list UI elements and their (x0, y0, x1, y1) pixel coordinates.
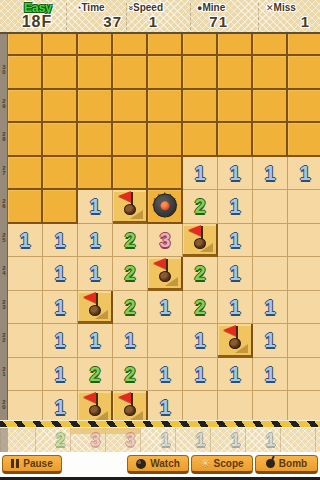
clue-number-3: 3 (90, 431, 100, 449)
miss-value: 1 (250, 13, 310, 30)
watch-button-label: Watch (150, 458, 180, 469)
cell-r9c0[interactable] (8, 324, 43, 358)
cell-r9c4[interactable] (148, 324, 183, 358)
cell-r4c2[interactable] (78, 157, 113, 191)
cell-r0c6[interactable] (218, 34, 253, 56)
floor-label-25: 25 (0, 233, 8, 243)
cell-r6c7[interactable] (253, 224, 288, 258)
cell-r3c2[interactable] (78, 123, 113, 157)
time-label: ◔Time (76, 2, 105, 13)
cell-r10c0[interactable] (8, 358, 43, 392)
cell-r4c8[interactable]: 1 (288, 157, 320, 191)
flag-ball (229, 338, 241, 349)
cell-r9c7[interactable]: 1 (253, 324, 288, 358)
cell-r8c4[interactable]: 1 (148, 291, 183, 325)
cell-r10c5[interactable]: 1 (183, 358, 218, 392)
cell-r2c0[interactable] (8, 90, 43, 124)
floor-indicator: 18F (8, 13, 66, 31)
flag-icon (118, 392, 131, 403)
mine-label: ●Mine (197, 2, 225, 13)
preview-clue-1: 1 (148, 430, 183, 450)
clue-number-1: 1 (89, 196, 100, 216)
clue-number-1: 1 (54, 297, 65, 317)
cell-r5c7[interactable] (253, 190, 288, 224)
clue-number-1: 1 (195, 431, 205, 449)
cell-r3c6[interactable] (218, 123, 253, 157)
cell-r5c6[interactable]: 1 (218, 190, 253, 224)
cell-r4c5[interactable]: 1 (183, 157, 218, 191)
cell-r3c0[interactable] (8, 123, 43, 157)
floor-label-24: 24 (0, 266, 8, 276)
floor-label-22: 22 (0, 333, 8, 343)
clue-number-1: 1 (229, 163, 240, 183)
clue-number-1: 1 (229, 196, 240, 216)
cell-r0c4[interactable] (148, 34, 183, 56)
cell-r2c1[interactable] (43, 90, 78, 124)
cell-r11c0[interactable] (8, 391, 43, 420)
cell-r11c5[interactable] (183, 391, 218, 420)
cell-r0c2[interactable] (78, 34, 113, 56)
cell-r1c3[interactable] (113, 56, 148, 90)
cell-r4c4[interactable] (148, 157, 183, 191)
cell-r0c7[interactable] (253, 34, 288, 56)
cell-r0c0[interactable] (8, 34, 43, 56)
bomb-button-label: Bomb (279, 458, 307, 469)
flag-ball (89, 305, 101, 316)
flag-icon (153, 258, 166, 269)
clue-number-1: 1 (159, 397, 170, 417)
clue-number-2: 2 (124, 297, 135, 317)
flag-icon (83, 292, 96, 303)
pause-icon (11, 459, 19, 468)
cell-r8c3[interactable]: 2 (113, 291, 148, 325)
cell-r10c4[interactable]: 1 (148, 358, 183, 392)
clue-number-1: 1 (229, 230, 240, 250)
cell-r5c8[interactable] (288, 190, 320, 224)
cell-r6c5[interactable] (183, 224, 218, 258)
flag-icon (118, 191, 131, 202)
cell-r8c6[interactable]: 1 (218, 291, 253, 325)
cell-r6c6[interactable]: 1 (218, 224, 253, 258)
miss-label: ✕Miss (266, 2, 296, 13)
cell-r5c3[interactable] (113, 190, 148, 224)
cell-r7c4[interactable] (148, 257, 183, 291)
clue-number-2: 2 (124, 364, 135, 384)
cell-r5c2[interactable]: 1 (78, 190, 113, 224)
game-screen: Easy 18F ◔Time 37 »Speed 1 ●Mine 71 ✕Mis… (0, 0, 320, 480)
cell-r1c5[interactable] (183, 56, 218, 90)
preview-clue-3: 3 (78, 430, 113, 450)
clue-number-1: 1 (54, 364, 65, 384)
cell-r11c4[interactable]: 1 (148, 391, 183, 420)
cell-r7c2[interactable]: 1 (78, 257, 113, 291)
cell-r8c8[interactable] (288, 291, 320, 325)
cell-r4c6[interactable]: 1 (218, 157, 253, 191)
clue-number-1: 1 (194, 364, 205, 384)
cell-r6c3[interactable]: 2 (113, 224, 148, 258)
clue-number-1: 1 (54, 397, 65, 417)
cell-r6c8[interactable] (288, 224, 320, 258)
clue-number-2: 2 (55, 431, 65, 449)
cell-r9c3[interactable]: 1 (113, 324, 148, 358)
cell-r10c8[interactable] (288, 358, 320, 392)
cell-r4c0[interactable] (8, 157, 43, 191)
clue-number-1: 1 (264, 330, 275, 350)
floor-label-20: 20 (0, 400, 8, 410)
preview-clue-1: 1 (218, 430, 253, 450)
clue-number-1: 1 (54, 263, 65, 283)
clue-number-1: 1 (229, 297, 240, 317)
floor-label-27: 27 (0, 166, 8, 176)
clue-number-1: 1 (54, 330, 65, 350)
cell-r11c8[interactable] (288, 391, 320, 420)
miss-x-icon: ✕ (266, 3, 274, 13)
cell-r9c5[interactable]: 1 (183, 324, 218, 358)
flag-ball (194, 238, 206, 249)
clue-number-1: 1 (229, 263, 240, 283)
cell-r3c5[interactable] (183, 123, 218, 157)
flag-ball (159, 271, 171, 282)
cell-r11c1[interactable]: 1 (43, 391, 78, 420)
floor-label-28: 28 (0, 132, 8, 142)
clue-number-1: 1 (229, 364, 240, 384)
cell-r1c6[interactable] (218, 56, 253, 90)
cell-r7c6[interactable]: 1 (218, 257, 253, 291)
clue-number-2: 2 (124, 230, 135, 250)
bomb-icon (266, 459, 275, 468)
cell-r10c3[interactable]: 2 (113, 358, 148, 392)
cell-r7c8[interactable] (288, 257, 320, 291)
cell-r4c1[interactable] (43, 157, 78, 191)
clue-number-2: 2 (194, 297, 205, 317)
cell-r3c8[interactable] (288, 123, 320, 157)
cell-r11c6[interactable] (218, 391, 253, 420)
clue-number-1: 1 (160, 431, 170, 449)
status-bar: Easy 18F ◔Time 37 »Speed 1 ●Mine 71 ✕Mis… (0, 0, 320, 34)
speed-down-icon: » (126, 5, 136, 10)
preview-clue-1: 1 (253, 430, 288, 450)
floor-label-29: 29 (0, 99, 8, 109)
watch-button[interactable]: Watch (127, 455, 189, 474)
cell-r7c1[interactable]: 1 (43, 257, 78, 291)
clue-number-1: 1 (230, 431, 240, 449)
cell-r5c1[interactable] (43, 190, 78, 224)
cell-r0c5[interactable] (183, 34, 218, 56)
cell-r1c2[interactable] (78, 56, 113, 90)
cell-r2c4[interactable] (148, 90, 183, 124)
cell-r6c4[interactable]: 3 (148, 224, 183, 258)
cell-r11c7[interactable] (253, 391, 288, 420)
scope-gear-icon: ✳ (200, 458, 209, 469)
cell-r2c7[interactable] (253, 90, 288, 124)
flag-icon (83, 392, 96, 403)
cell-r4c3[interactable] (113, 157, 148, 191)
button-bar: Pause Watch ✳ Scope Bomb (0, 452, 320, 477)
cell-r7c0[interactable] (8, 257, 43, 291)
cell-r4c7[interactable]: 1 (253, 157, 288, 191)
pause-button[interactable]: Pause (2, 455, 62, 474)
clue-number-1: 1 (89, 230, 100, 250)
cell-r3c7[interactable] (253, 123, 288, 157)
cell-r2c8[interactable] (288, 90, 320, 124)
cell-r6c0[interactable]: 1 (8, 224, 43, 258)
clue-number-1: 1 (264, 163, 275, 183)
clue-number-1: 1 (264, 297, 275, 317)
cell-r11c2[interactable] (78, 391, 113, 420)
cell-r3c3[interactable] (113, 123, 148, 157)
next-floor-preview: 2331111 (0, 428, 320, 452)
floor-number-strip: 3029282726252423222120 (0, 34, 8, 420)
preview-clue-3: 3 (113, 430, 148, 450)
cell-r1c0[interactable] (8, 56, 43, 90)
cell-r10c6[interactable]: 1 (218, 358, 253, 392)
flag-icon (223, 325, 236, 336)
cell-r9c1[interactable]: 1 (43, 324, 78, 358)
flag-ball (89, 405, 101, 416)
clue-number-1: 1 (299, 163, 310, 183)
cell-r10c1[interactable]: 1 (43, 358, 78, 392)
cell-r0c1[interactable] (43, 34, 78, 56)
cell-r1c4[interactable] (148, 56, 183, 90)
bomb-button[interactable]: Bomb (255, 455, 318, 474)
floor-label-26: 26 (0, 199, 8, 209)
cell-r5c4[interactable]: ✹ (148, 190, 183, 224)
clue-number-1: 1 (89, 330, 100, 350)
floor-label-30: 30 (0, 65, 8, 75)
cell-r3c4[interactable] (148, 123, 183, 157)
clue-number-1: 1 (264, 364, 275, 384)
cell-r1c8[interactable] (288, 56, 320, 90)
cell-r6c2[interactable]: 1 (78, 224, 113, 258)
mine-core (160, 201, 169, 210)
clue-number-2: 2 (124, 263, 135, 283)
cell-r8c5[interactable]: 2 (183, 291, 218, 325)
cell-r7c7[interactable] (253, 257, 288, 291)
cell-r3c1[interactable] (43, 123, 78, 157)
clue-number-2: 2 (194, 196, 205, 216)
speed-label: »Speed (128, 2, 163, 13)
hazard-stripe (0, 420, 320, 428)
clue-number-1: 1 (159, 297, 170, 317)
floor-label-21: 21 (0, 367, 8, 377)
mine-value: 71 (170, 13, 228, 30)
flag-ball (124, 405, 136, 416)
cell-r6c1[interactable]: 1 (43, 224, 78, 258)
clue-number-3: 3 (125, 431, 135, 449)
clue-number-1: 1 (265, 431, 275, 449)
scope-button-label: Scope (214, 458, 244, 469)
floor-label-23: 23 (0, 300, 8, 310)
scope-button[interactable]: ✳ Scope (191, 455, 253, 474)
cell-r8c0[interactable] (8, 291, 43, 325)
floor-strip-remnant (0, 428, 8, 452)
preview-clue-2: 2 (43, 430, 78, 450)
cell-r9c6[interactable] (218, 324, 253, 358)
cell-r2c3[interactable] (113, 90, 148, 124)
cell-r7c3[interactable]: 2 (113, 257, 148, 291)
cell-r7c5[interactable]: 2 (183, 257, 218, 291)
clue-number-1: 1 (89, 263, 100, 283)
cell-r5c5[interactable]: 2 (183, 190, 218, 224)
preview-clue-1: 1 (183, 430, 218, 450)
cell-r2c5[interactable] (183, 90, 218, 124)
cell-r8c2[interactable] (78, 291, 113, 325)
pause-button-label: Pause (23, 458, 52, 469)
cell-r11c3[interactable] (113, 391, 148, 420)
speed-value: 1 (100, 13, 158, 30)
watch-icon (136, 459, 146, 469)
clue-number-1: 1 (124, 330, 135, 350)
cell-r1c1[interactable] (43, 56, 78, 90)
cell-r9c2[interactable]: 1 (78, 324, 113, 358)
minesweeper-board: 11111✹211112311122112121111111122111111 (8, 34, 320, 420)
cell-r9c8[interactable] (288, 324, 320, 358)
cell-r10c7[interactable]: 1 (253, 358, 288, 392)
cell-r1c7[interactable] (253, 56, 288, 90)
flag-icon (188, 225, 201, 236)
cell-r0c8[interactable] (288, 34, 320, 56)
cell-r10c2[interactable]: 2 (78, 358, 113, 392)
cell-r8c1[interactable]: 1 (43, 291, 78, 325)
cell-r0c3[interactable] (113, 34, 148, 56)
clue-number-1: 1 (194, 163, 205, 183)
clue-number-1: 1 (54, 230, 65, 250)
clue-number-2: 2 (89, 364, 100, 384)
cell-r8c7[interactable]: 1 (253, 291, 288, 325)
cell-r2c2[interactable] (78, 90, 113, 124)
flag-ball (124, 204, 136, 215)
clue-number-1: 1 (159, 364, 170, 384)
clue-number-1: 1 (194, 330, 205, 350)
cell-r5c0[interactable] (8, 190, 43, 224)
clue-number-3: 3 (159, 230, 170, 250)
clue-number-2: 2 (194, 263, 205, 283)
clue-number-1: 1 (19, 230, 30, 250)
cell-r2c6[interactable] (218, 90, 253, 124)
